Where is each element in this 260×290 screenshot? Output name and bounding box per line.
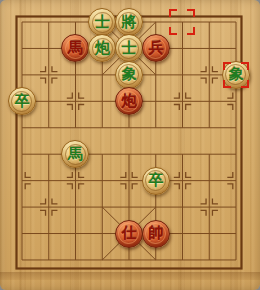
piece-black-advisor[interactable]: 士 — [88, 8, 116, 36]
piece-red-advisor[interactable]: 仕 — [115, 220, 143, 248]
piece-black-horse[interactable]: 馬 — [61, 140, 89, 168]
piece-black-elephant[interactable]: 象 — [115, 61, 143, 89]
last-move-from-marker — [169, 9, 195, 35]
marker-corner-bl — [169, 27, 177, 35]
piece-black-advisor[interactable]: 士 — [115, 34, 143, 62]
xiangqi-app-window: 士將馬炮士兵象象卒炮馬卒仕帥 — [0, 0, 260, 290]
piece-red-general[interactable]: 帥 — [142, 220, 170, 248]
piece-black-cannon[interactable]: 炮 — [88, 34, 116, 62]
piece-red-soldier[interactable]: 兵 — [142, 34, 170, 62]
piece-red-horse[interactable]: 馬 — [61, 34, 89, 62]
xiangqi-board[interactable]: 士將馬炮士兵象象卒炮馬卒仕帥 — [9, 9, 250, 273]
marker-corner-br — [187, 27, 195, 35]
piece-black-elephant[interactable]: 象 — [222, 61, 250, 89]
piece-black-soldier[interactable]: 卒 — [8, 87, 36, 115]
piece-black-soldier[interactable]: 卒 — [142, 167, 170, 195]
piece-red-cannon[interactable]: 炮 — [115, 87, 143, 115]
piece-black-general[interactable]: 將 — [115, 8, 143, 36]
marker-corner-tr — [187, 9, 195, 17]
marker-corner-tl — [169, 9, 177, 17]
